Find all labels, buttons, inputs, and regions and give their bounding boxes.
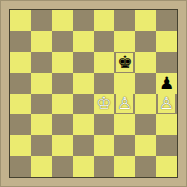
square-b2[interactable] <box>31 135 52 156</box>
square-f1[interactable] <box>114 156 135 177</box>
square-a5[interactable] <box>10 73 31 94</box>
square-g6[interactable] <box>135 52 156 73</box>
square-a8[interactable] <box>10 10 31 31</box>
piece-black-pawn: ♟ <box>158 74 175 93</box>
square-f2[interactable] <box>114 135 135 156</box>
piece-white-king: ♔ <box>95 94 112 113</box>
square-h5[interactable]: ♟ <box>156 73 177 94</box>
square-c1[interactable] <box>52 156 73 177</box>
square-d8[interactable] <box>73 10 94 31</box>
square-b5[interactable] <box>31 73 52 94</box>
square-a2[interactable] <box>10 135 31 156</box>
piece-white-pawn: ♙ <box>116 94 133 113</box>
square-c6[interactable] <box>52 52 73 73</box>
board-frame: ♚♟♔♙♙ <box>0 0 187 187</box>
square-a6[interactable] <box>10 52 31 73</box>
square-a7[interactable] <box>10 31 31 52</box>
square-c7[interactable] <box>52 31 73 52</box>
square-h7[interactable] <box>156 31 177 52</box>
square-b7[interactable] <box>31 31 52 52</box>
square-f5[interactable] <box>114 73 135 94</box>
square-f8[interactable] <box>114 10 135 31</box>
square-d7[interactable] <box>73 31 94 52</box>
square-f4[interactable]: ♙ <box>114 94 135 115</box>
square-d1[interactable] <box>73 156 94 177</box>
square-d6[interactable] <box>73 52 94 73</box>
square-e5[interactable] <box>94 73 115 94</box>
square-a4[interactable] <box>10 94 31 115</box>
square-g5[interactable] <box>135 73 156 94</box>
square-g7[interactable] <box>135 31 156 52</box>
square-g3[interactable] <box>135 114 156 135</box>
square-c4[interactable] <box>52 94 73 115</box>
square-e1[interactable] <box>94 156 115 177</box>
square-c5[interactable] <box>52 73 73 94</box>
square-e3[interactable] <box>94 114 115 135</box>
square-e2[interactable] <box>94 135 115 156</box>
square-d5[interactable] <box>73 73 94 94</box>
square-g8[interactable] <box>135 10 156 31</box>
square-e7[interactable] <box>94 31 115 52</box>
square-h4[interactable]: ♙ <box>156 94 177 115</box>
square-h2[interactable] <box>156 135 177 156</box>
square-b1[interactable] <box>31 156 52 177</box>
square-f6[interactable]: ♚ <box>114 52 135 73</box>
piece-white-pawn: ♙ <box>158 94 175 113</box>
chess-board: ♚♟♔♙♙ <box>9 9 178 178</box>
square-h1[interactable] <box>156 156 177 177</box>
square-e8[interactable] <box>94 10 115 31</box>
square-h3[interactable] <box>156 114 177 135</box>
square-g2[interactable] <box>135 135 156 156</box>
square-b4[interactable] <box>31 94 52 115</box>
square-e6[interactable] <box>94 52 115 73</box>
square-c8[interactable] <box>52 10 73 31</box>
square-a3[interactable] <box>10 114 31 135</box>
square-b3[interactable] <box>31 114 52 135</box>
square-h8[interactable] <box>156 10 177 31</box>
square-a1[interactable] <box>10 156 31 177</box>
square-e4[interactable]: ♔ <box>94 94 115 115</box>
square-d4[interactable] <box>73 94 94 115</box>
square-b8[interactable] <box>31 10 52 31</box>
square-c2[interactable] <box>52 135 73 156</box>
square-f3[interactable] <box>114 114 135 135</box>
square-g4[interactable] <box>135 94 156 115</box>
square-f7[interactable] <box>114 31 135 52</box>
square-b6[interactable] <box>31 52 52 73</box>
square-g1[interactable] <box>135 156 156 177</box>
square-c3[interactable] <box>52 114 73 135</box>
square-d3[interactable] <box>73 114 94 135</box>
square-d2[interactable] <box>73 135 94 156</box>
square-h6[interactable] <box>156 52 177 73</box>
piece-black-king: ♚ <box>116 53 133 72</box>
